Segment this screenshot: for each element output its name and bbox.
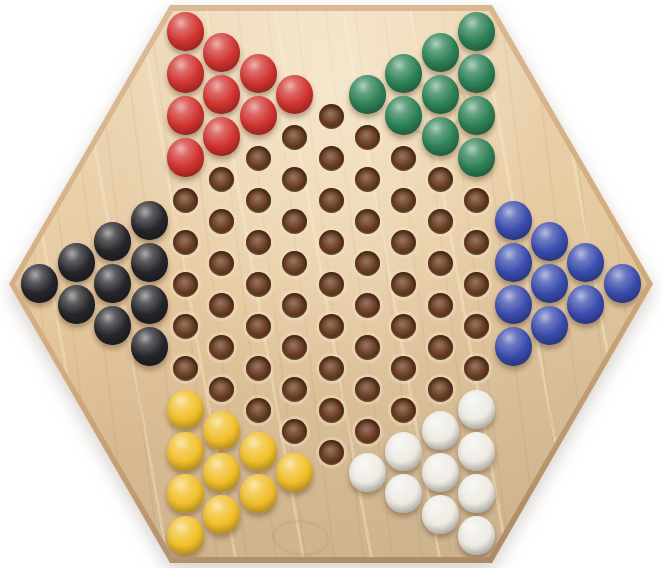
board-hole[interactable]: [391, 314, 416, 339]
board-hole[interactable]: [391, 272, 416, 297]
marble-green[interactable]: [385, 54, 422, 93]
marble-blue[interactable]: [531, 264, 568, 303]
marble-yellow[interactable]: [167, 474, 204, 513]
board-hole[interactable]: [246, 272, 271, 297]
board-hole[interactable]: [355, 167, 380, 192]
board-hole[interactable]: [464, 188, 489, 213]
board-hole[interactable]: [355, 209, 380, 234]
marble-red[interactable]: [167, 12, 204, 51]
marble-black[interactable]: [131, 285, 168, 324]
board-hole[interactable]: [282, 251, 307, 276]
marble-yellow[interactable]: [203, 495, 240, 534]
board-hole[interactable]: [355, 293, 380, 318]
marble-yellow[interactable]: [276, 453, 313, 492]
marble-yellow[interactable]: [167, 432, 204, 471]
marble-white[interactable]: [385, 432, 422, 471]
board-hole[interactable]: [319, 230, 344, 255]
board-hole[interactable]: [282, 335, 307, 360]
board-hole[interactable]: [246, 398, 271, 423]
board-hole[interactable]: [209, 293, 234, 318]
marble-blue[interactable]: [531, 222, 568, 261]
board-hole[interactable]: [209, 377, 234, 402]
board-hole[interactable]: [464, 314, 489, 339]
marble-yellow[interactable]: [203, 411, 240, 450]
board-hole[interactable]: [282, 125, 307, 150]
board-hole[interactable]: [355, 335, 380, 360]
board-hole[interactable]: [209, 209, 234, 234]
board-hole[interactable]: [391, 356, 416, 381]
board-hole[interactable]: [464, 272, 489, 297]
marble-blue[interactable]: [495, 327, 532, 366]
marble-white[interactable]: [422, 495, 459, 534]
board-hole[interactable]: [464, 356, 489, 381]
board-hole[interactable]: [428, 209, 453, 234]
marble-black[interactable]: [131, 243, 168, 282]
board-hole[interactable]: [428, 293, 453, 318]
marble-black[interactable]: [21, 264, 58, 303]
marble-blue[interactable]: [604, 264, 641, 303]
board-hole[interactable]: [319, 272, 344, 297]
board-hole[interactable]: [319, 440, 344, 465]
marble-blue[interactable]: [495, 285, 532, 324]
marble-red[interactable]: [203, 33, 240, 72]
marble-white[interactable]: [458, 474, 495, 513]
board-hole[interactable]: [246, 146, 271, 171]
board-hole[interactable]: [173, 356, 198, 381]
marble-red[interactable]: [276, 75, 313, 114]
board-hole[interactable]: [391, 398, 416, 423]
marble-black[interactable]: [58, 243, 95, 282]
board-hole[interactable]: [428, 251, 453, 276]
marble-yellow[interactable]: [167, 516, 204, 555]
board-hole[interactable]: [209, 167, 234, 192]
chinese-checkers-scene: [0, 0, 663, 568]
marble-black[interactable]: [94, 306, 131, 345]
marble-yellow[interactable]: [167, 390, 204, 429]
marble-blue[interactable]: [531, 306, 568, 345]
marble-red[interactable]: [167, 54, 204, 93]
marble-yellow[interactable]: [240, 432, 277, 471]
board-hole[interactable]: [428, 167, 453, 192]
marble-white[interactable]: [422, 453, 459, 492]
board-shadow-wrap: [0, 0, 663, 568]
marble-green[interactable]: [458, 96, 495, 135]
board-hole[interactable]: [246, 188, 271, 213]
marble-black[interactable]: [58, 285, 95, 324]
board-hole[interactable]: [355, 125, 380, 150]
board-hole[interactable]: [319, 314, 344, 339]
marble-black[interactable]: [94, 222, 131, 261]
marble-red[interactable]: [167, 96, 204, 135]
board-hole[interactable]: [391, 230, 416, 255]
marble-blue[interactable]: [495, 201, 532, 240]
board-hole[interactable]: [355, 419, 380, 444]
marble-green[interactable]: [422, 75, 459, 114]
marble-white[interactable]: [422, 411, 459, 450]
marble-green[interactable]: [422, 33, 459, 72]
marble-black[interactable]: [94, 264, 131, 303]
marble-green[interactable]: [458, 138, 495, 177]
board-hole[interactable]: [319, 356, 344, 381]
marble-green[interactable]: [458, 54, 495, 93]
marble-white[interactable]: [385, 474, 422, 513]
board-hole[interactable]: [319, 146, 344, 171]
marble-white[interactable]: [458, 516, 495, 555]
board-hole[interactable]: [391, 146, 416, 171]
board-hole[interactable]: [282, 209, 307, 234]
board-hole[interactable]: [246, 356, 271, 381]
marble-blue[interactable]: [567, 243, 604, 282]
marble-blue[interactable]: [495, 243, 532, 282]
wood-knot: [270, 517, 331, 559]
board-hole[interactable]: [355, 251, 380, 276]
marble-red[interactable]: [203, 75, 240, 114]
marble-green[interactable]: [458, 12, 495, 51]
marble-white[interactable]: [349, 453, 386, 492]
board-hole[interactable]: [173, 188, 198, 213]
marble-green[interactable]: [349, 75, 386, 114]
marble-red[interactable]: [240, 96, 277, 135]
board-hole[interactable]: [464, 230, 489, 255]
board-hole[interactable]: [391, 188, 416, 213]
board-hole[interactable]: [319, 188, 344, 213]
board-hole[interactable]: [173, 230, 198, 255]
board-hole[interactable]: [319, 104, 344, 129]
marble-green[interactable]: [385, 96, 422, 135]
marble-white[interactable]: [458, 432, 495, 471]
marble-yellow[interactable]: [240, 474, 277, 513]
board-hole[interactable]: [209, 251, 234, 276]
board-hole[interactable]: [428, 377, 453, 402]
board-hole[interactable]: [319, 398, 344, 423]
board-hole[interactable]: [282, 167, 307, 192]
marble-red[interactable]: [167, 138, 204, 177]
marble-red[interactable]: [203, 117, 240, 156]
marble-yellow[interactable]: [203, 453, 240, 492]
board-hole[interactable]: [246, 230, 271, 255]
board-hole[interactable]: [209, 335, 234, 360]
board-hole[interactable]: [355, 377, 380, 402]
board-hole[interactable]: [428, 335, 453, 360]
marble-red[interactable]: [240, 54, 277, 93]
board-hole[interactable]: [246, 314, 271, 339]
marble-blue[interactable]: [567, 285, 604, 324]
marble-green[interactable]: [422, 117, 459, 156]
board-hole[interactable]: [282, 293, 307, 318]
board-hole[interactable]: [282, 419, 307, 444]
marble-black[interactable]: [131, 327, 168, 366]
marble-white[interactable]: [458, 390, 495, 429]
marble-black[interactable]: [131, 201, 168, 240]
board-hole[interactable]: [173, 314, 198, 339]
game-board: [0, 0, 663, 568]
board-hole[interactable]: [282, 377, 307, 402]
board-hole[interactable]: [173, 272, 198, 297]
